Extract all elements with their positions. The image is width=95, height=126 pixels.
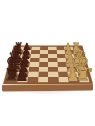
piece-white-rook: ♜ bbox=[76, 67, 91, 84]
product-photo: ♜♞♝♛♚♝♞♜♟♟♟♟♟♟♟♟♟♟♟♟♟♟♟♟♜♞♝♛♚♝♞♜ bbox=[0, 0, 95, 126]
piece-black-pawn: ♟ bbox=[15, 69, 29, 84]
chess-pieces-layer: ♜♞♝♛♚♝♞♜♟♟♟♟♟♟♟♟♟♟♟♟♟♟♟♟♜♞♝♛♚♝♞♜ bbox=[0, 0, 95, 126]
